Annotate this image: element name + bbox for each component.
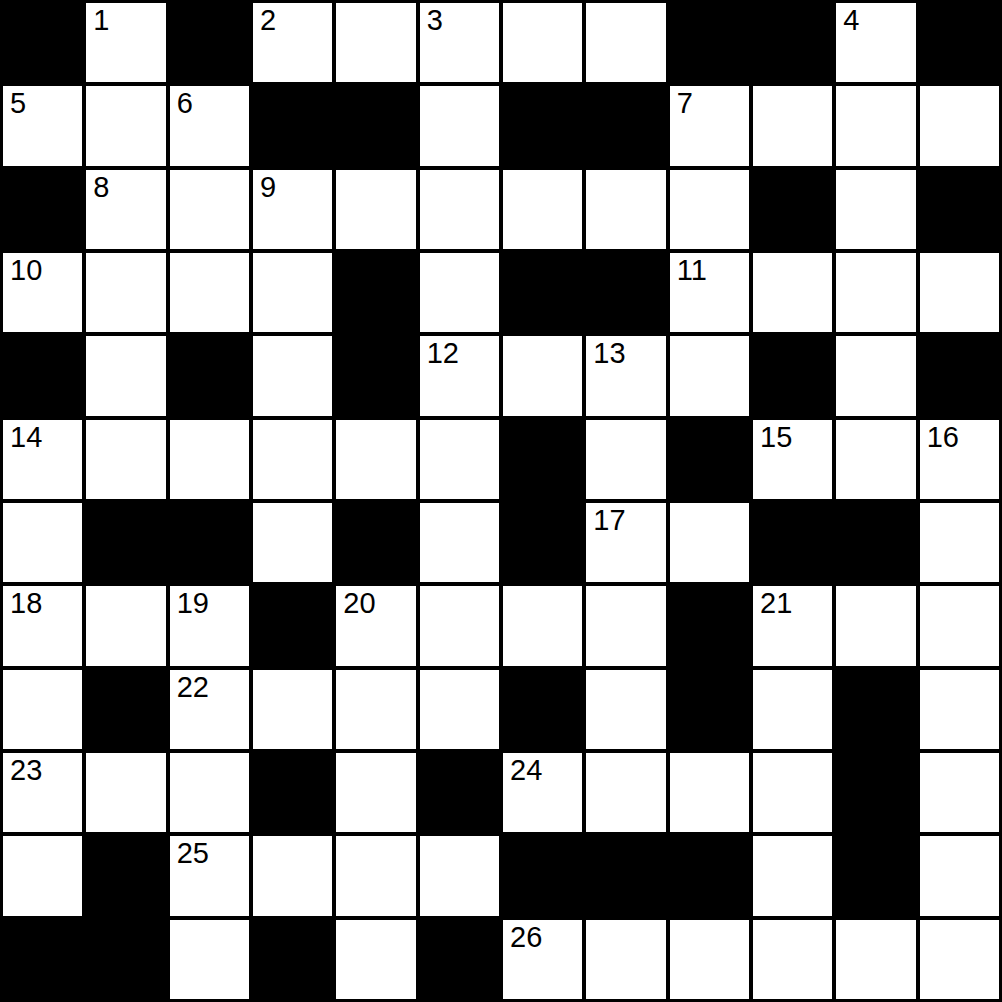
crossword-cell[interactable] <box>836 420 915 499</box>
crossword-cell[interactable] <box>920 670 999 749</box>
clue-number: 10 <box>10 256 42 285</box>
crossword-block <box>670 586 749 665</box>
clue-number: 6 <box>177 89 193 118</box>
crossword-cell[interactable] <box>586 920 665 999</box>
crossword-block <box>503 670 582 749</box>
crossword-cell[interactable] <box>670 170 749 249</box>
crossword-cell[interactable] <box>86 420 165 499</box>
crossword-block <box>753 336 832 415</box>
crossword-block <box>253 86 332 165</box>
crossword-cell[interactable] <box>253 836 332 915</box>
crossword-cell[interactable] <box>753 253 832 332</box>
crossword-cell[interactable] <box>586 170 665 249</box>
crossword-cell[interactable]: 9 <box>253 170 332 249</box>
clue-number: 9 <box>260 173 276 202</box>
crossword-cell[interactable] <box>3 670 82 749</box>
crossword-cell[interactable]: 2 <box>253 3 332 82</box>
crossword-block <box>253 586 332 665</box>
crossword-block <box>3 170 82 249</box>
crossword-block <box>86 503 165 582</box>
clue-number: 26 <box>510 923 542 952</box>
crossword-cell[interactable] <box>336 836 415 915</box>
crossword-cell[interactable] <box>3 503 82 582</box>
crossword-cell[interactable] <box>170 753 249 832</box>
crossword-block <box>836 503 915 582</box>
crossword-block <box>170 503 249 582</box>
crossword-cell[interactable]: 21 <box>753 586 832 665</box>
crossword-cell[interactable]: 7 <box>670 86 749 165</box>
crossword-block <box>86 670 165 749</box>
clue-number: 15 <box>760 423 792 452</box>
crossword-block <box>86 836 165 915</box>
crossword-cell[interactable] <box>86 586 165 665</box>
crossword-block <box>586 836 665 915</box>
crossword-block <box>670 670 749 749</box>
crossword-cell[interactable] <box>503 170 582 249</box>
clue-number: 16 <box>927 423 959 452</box>
crossword-cell[interactable] <box>253 503 332 582</box>
crossword-cell[interactable] <box>753 753 832 832</box>
crossword-cell[interactable] <box>670 503 749 582</box>
crossword-cell[interactable] <box>420 586 499 665</box>
crossword-block <box>86 920 165 999</box>
crossword-block <box>920 3 999 82</box>
crossword-cell[interactable] <box>586 586 665 665</box>
crossword-block <box>670 836 749 915</box>
crossword-block <box>836 753 915 832</box>
crossword-cell[interactable]: 6 <box>170 86 249 165</box>
crossword-block <box>920 336 999 415</box>
crossword-cell[interactable] <box>420 670 499 749</box>
crossword-block <box>253 920 332 999</box>
crossword-cell[interactable] <box>836 170 915 249</box>
crossword-cell[interactable] <box>170 920 249 999</box>
crossword-cell[interactable]: 12 <box>420 336 499 415</box>
crossword-cell[interactable] <box>836 86 915 165</box>
crossword-block <box>836 670 915 749</box>
crossword-cell[interactable] <box>336 3 415 82</box>
crossword-cell[interactable] <box>336 753 415 832</box>
crossword-block <box>3 920 82 999</box>
crossword-cell[interactable] <box>586 753 665 832</box>
crossword-block <box>3 3 82 82</box>
clue-number: 23 <box>10 756 42 785</box>
crossword-cell[interactable] <box>670 753 749 832</box>
crossword-cell[interactable] <box>586 670 665 749</box>
crossword-cell[interactable] <box>836 253 915 332</box>
crossword-cell[interactable] <box>920 86 999 165</box>
clue-number: 22 <box>177 673 209 702</box>
crossword-block <box>336 253 415 332</box>
crossword-cell[interactable]: 20 <box>336 586 415 665</box>
crossword-cell[interactable] <box>420 836 499 915</box>
clue-number: 24 <box>510 756 542 785</box>
clue-number: 19 <box>177 589 209 618</box>
crossword-cell[interactable]: 16 <box>920 420 999 499</box>
crossword-block <box>420 920 499 999</box>
clue-number: 8 <box>93 173 109 202</box>
crossword-cell[interactable]: 3 <box>420 3 499 82</box>
clue-number: 7 <box>677 89 693 118</box>
crossword-cell[interactable] <box>920 920 999 999</box>
crossword-cell[interactable] <box>503 3 582 82</box>
crossword-block <box>336 503 415 582</box>
crossword-cell[interactable]: 11 <box>670 253 749 332</box>
clue-number: 1 <box>93 6 109 35</box>
crossword-block <box>503 420 582 499</box>
crossword-block <box>253 753 332 832</box>
crossword-block <box>920 170 999 249</box>
clue-number: 17 <box>593 506 625 535</box>
crossword-cell[interactable] <box>753 86 832 165</box>
crossword-cell[interactable] <box>86 336 165 415</box>
crossword-cell[interactable] <box>86 753 165 832</box>
crossword-cell[interactable] <box>920 253 999 332</box>
crossword-cell[interactable] <box>836 586 915 665</box>
clue-number: 4 <box>843 6 859 35</box>
clue-number: 20 <box>343 589 375 618</box>
crossword-cell[interactable] <box>753 920 832 999</box>
clue-number: 21 <box>760 589 792 618</box>
crossword-block <box>170 336 249 415</box>
clue-number: 11 <box>677 256 707 285</box>
crossword-cell[interactable] <box>253 336 332 415</box>
crossword-block <box>586 253 665 332</box>
crossword-block <box>503 253 582 332</box>
crossword-cell[interactable] <box>420 253 499 332</box>
crossword-block <box>3 336 82 415</box>
crossword-cell[interactable] <box>920 586 999 665</box>
crossword-block <box>670 420 749 499</box>
crossword-cell[interactable] <box>836 336 915 415</box>
crossword-cell[interactable]: 25 <box>170 836 249 915</box>
clue-number: 13 <box>593 339 625 368</box>
crossword-cell[interactable]: 19 <box>170 586 249 665</box>
crossword-cell[interactable] <box>336 170 415 249</box>
clue-number: 5 <box>10 89 26 118</box>
crossword-cell[interactable] <box>503 336 582 415</box>
crossword-block <box>753 170 832 249</box>
crossword-cell[interactable] <box>670 920 749 999</box>
crossword-cell[interactable]: 24 <box>503 753 582 832</box>
crossword-cell[interactable] <box>170 170 249 249</box>
clue-number: 18 <box>10 589 42 618</box>
clue-number: 14 <box>10 423 42 452</box>
crossword-cell[interactable] <box>920 836 999 915</box>
crossword-block <box>503 503 582 582</box>
crossword-cell[interactable] <box>86 86 165 165</box>
crossword-cell[interactable]: 8 <box>86 170 165 249</box>
crossword-board: 1234567891011121314151617181920212223242… <box>0 0 1002 1002</box>
crossword-cell[interactable]: 13 <box>586 336 665 415</box>
crossword-cell[interactable] <box>336 670 415 749</box>
crossword-cell[interactable] <box>336 920 415 999</box>
clue-number: 3 <box>427 6 443 35</box>
crossword-block <box>753 3 832 82</box>
crossword-block <box>503 86 582 165</box>
crossword-cell[interactable] <box>836 920 915 999</box>
crossword-cell[interactable]: 1 <box>86 3 165 82</box>
crossword-cell[interactable]: 26 <box>503 920 582 999</box>
crossword-cell[interactable] <box>420 86 499 165</box>
crossword-cell[interactable] <box>3 836 82 915</box>
crossword-block <box>170 3 249 82</box>
crossword-cell[interactable]: 5 <box>3 86 82 165</box>
crossword-cell[interactable] <box>420 503 499 582</box>
crossword-cell[interactable] <box>170 420 249 499</box>
crossword-cell[interactable] <box>920 753 999 832</box>
clue-number: 2 <box>260 6 276 35</box>
crossword-cell[interactable] <box>336 420 415 499</box>
crossword-cell[interactable]: 10 <box>3 253 82 332</box>
crossword-cell[interactable] <box>420 420 499 499</box>
crossword-cell[interactable] <box>670 336 749 415</box>
crossword-cell[interactable] <box>253 253 332 332</box>
crossword-cell[interactable] <box>753 670 832 749</box>
crossword-cell[interactable] <box>586 420 665 499</box>
crossword-cell[interactable]: 4 <box>836 3 915 82</box>
crossword-block <box>336 336 415 415</box>
crossword-cell[interactable]: 15 <box>753 420 832 499</box>
crossword-block <box>336 86 415 165</box>
crossword-cell[interactable] <box>503 586 582 665</box>
crossword-cell[interactable] <box>253 420 332 499</box>
crossword-block <box>753 503 832 582</box>
crossword-block <box>670 3 749 82</box>
crossword-cell[interactable]: 18 <box>3 586 82 665</box>
crossword-cell[interactable] <box>586 3 665 82</box>
crossword-block <box>503 836 582 915</box>
clue-number: 12 <box>427 339 459 368</box>
crossword-block <box>586 86 665 165</box>
crossword-block <box>836 836 915 915</box>
clue-number: 25 <box>177 839 209 868</box>
crossword-cell[interactable]: 17 <box>586 503 665 582</box>
crossword-cell[interactable] <box>170 253 249 332</box>
crossword-cell[interactable] <box>920 503 999 582</box>
crossword-cell[interactable] <box>420 170 499 249</box>
crossword-cell[interactable]: 14 <box>3 420 82 499</box>
crossword-cell[interactable] <box>253 670 332 749</box>
crossword-cell[interactable] <box>86 253 165 332</box>
crossword-cell[interactable]: 22 <box>170 670 249 749</box>
crossword-cell[interactable]: 23 <box>3 753 82 832</box>
crossword-cell[interactable] <box>753 836 832 915</box>
crossword-block <box>420 753 499 832</box>
